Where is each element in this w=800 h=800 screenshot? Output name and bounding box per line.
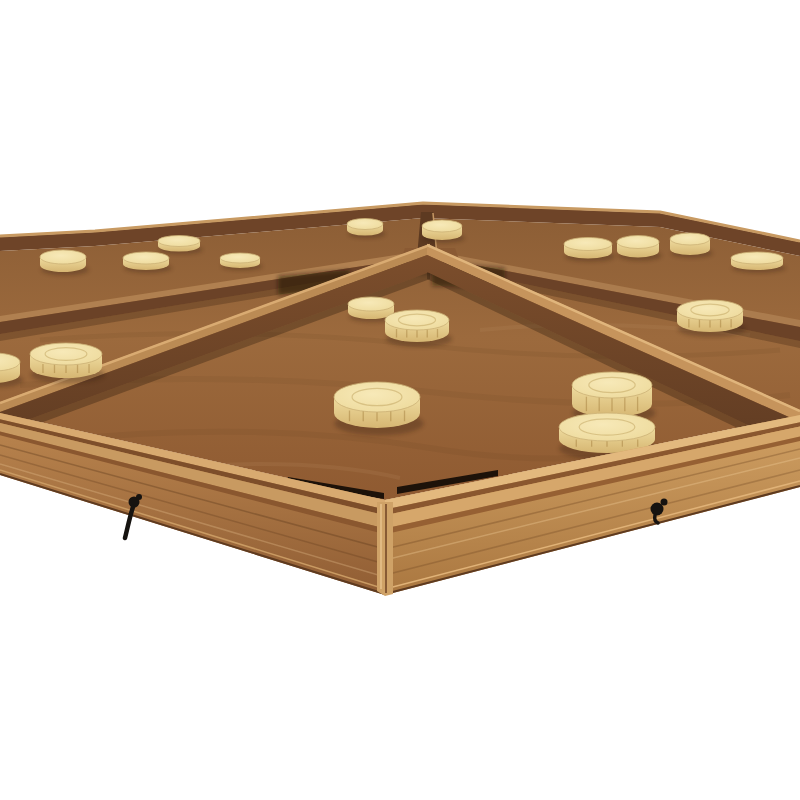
puck-p12-near[interactable]	[385, 310, 452, 347]
puck-p6-far-right[interactable]	[422, 220, 465, 243]
puck-p4-far-left[interactable]	[220, 253, 263, 271]
puck-p8-far-right[interactable]	[617, 236, 662, 261]
puck-p16-near[interactable]	[334, 382, 424, 436]
front-rim-corner	[377, 502, 393, 596]
puck-p7-far-right[interactable]	[564, 238, 615, 262]
hex-sling-puck-board	[0, 0, 800, 800]
puck-p9-far-right[interactable]	[670, 233, 713, 258]
puck-p2-far-left[interactable]	[123, 252, 172, 273]
puck-p5-far-left[interactable]	[347, 219, 386, 239]
puck-p14-left[interactable]	[30, 343, 105, 384]
puck-p3-far-left[interactable]	[158, 236, 203, 255]
product-photo-stage	[0, 0, 800, 800]
puck-p1-far-left[interactable]	[40, 250, 89, 276]
puck-p10-far-right[interactable]	[731, 252, 786, 273]
puck-p13-right[interactable]	[677, 300, 746, 337]
